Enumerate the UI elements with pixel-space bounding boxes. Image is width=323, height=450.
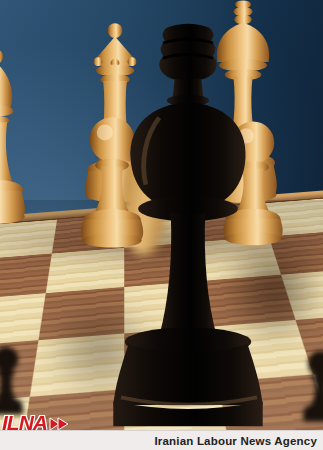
- black-pawn-right-piece: [298, 348, 323, 428]
- black-king-piece: [92, 18, 284, 430]
- caption-text: Iranian Labour News Agency: [154, 435, 323, 447]
- chess-photo: ILNA Iranian Labour News Agency: [0, 0, 323, 450]
- white-bishop-piece: [0, 46, 36, 248]
- caption-bar: Iranian Labour News Agency: [0, 430, 323, 450]
